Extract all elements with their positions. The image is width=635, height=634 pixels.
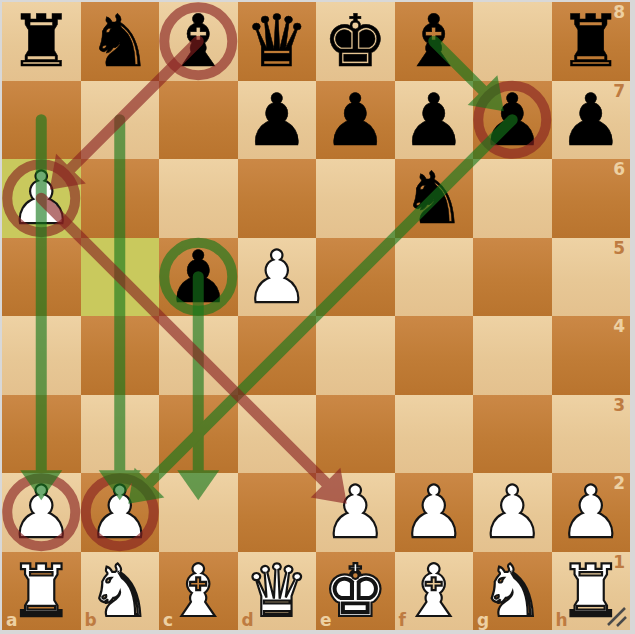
square-d2[interactable] [238,473,317,552]
square-h2[interactable]: ♟2 [552,473,631,552]
square-a1[interactable]: ♜a [2,552,81,631]
piece-black-queen-d8[interactable]: ♛ [238,2,317,81]
square-c8[interactable]: ♝ [159,2,238,81]
square-g4[interactable] [473,316,552,395]
square-b2[interactable]: ♟ [81,473,160,552]
piece-black-rook-a8[interactable]: ♜ [2,2,81,81]
square-g6[interactable] [473,159,552,238]
square-e3[interactable] [316,395,395,474]
square-e2[interactable]: ♟ [316,473,395,552]
square-g3[interactable] [473,395,552,474]
coord-file-a: a [6,612,17,629]
square-d7[interactable]: ♟ [238,81,317,160]
square-h7[interactable]: ♟7 [552,81,631,160]
piece-black-bishop-c8[interactable]: ♝ [159,2,238,81]
square-b6[interactable] [81,159,160,238]
square-c2[interactable] [159,473,238,552]
square-a4[interactable] [2,316,81,395]
square-b1[interactable]: ♞b [81,552,160,631]
square-d1[interactable]: ♛d [238,552,317,631]
piece-black-king-e8[interactable]: ♚ [316,2,395,81]
square-h8[interactable]: ♜8 [552,2,631,81]
chess-board[interactable]: ♜♞♝♛♚♝♜8♟♟♟♟♟7♟♞6♟♟543♟♟♟♟♟♟2♜a♞b♝c♛d♚e♝… [2,2,630,630]
square-g8[interactable] [473,2,552,81]
chess-analysis-page: ♜♞♝♛♚♝♜8♟♟♟♟♟7♟♞6♟♟543♟♟♟♟♟♟2♜a♞b♝c♛d♚e♝… [0,0,635,634]
square-d8[interactable]: ♛ [238,2,317,81]
square-g1[interactable]: ♞g [473,552,552,631]
square-h1[interactable]: ♜1h [552,552,631,631]
coord-file-b: b [85,612,97,629]
piece-white-pawn-a2[interactable]: ♟ [2,473,81,552]
coord-rank-1: 1 [613,554,625,571]
piece-white-pawn-d5[interactable]: ♟ [238,238,317,317]
square-f8[interactable]: ♝ [395,2,474,81]
coord-file-f: f [399,612,406,629]
piece-black-pawn-g7[interactable]: ♟ [473,81,552,160]
square-f5[interactable] [395,238,474,317]
square-d3[interactable] [238,395,317,474]
coord-file-c: c [163,612,173,629]
coord-file-h: h [556,612,568,629]
piece-white-pawn-e2[interactable]: ♟ [316,473,395,552]
square-b7[interactable] [81,81,160,160]
coord-file-d: d [242,612,254,629]
square-b3[interactable] [81,395,160,474]
square-a2[interactable]: ♟ [2,473,81,552]
square-a7[interactable] [2,81,81,160]
square-d6[interactable] [238,159,317,238]
square-e8[interactable]: ♚ [316,2,395,81]
piece-black-pawn-e7[interactable]: ♟ [316,81,395,160]
coord-rank-7: 7 [613,83,625,100]
piece-black-knight-f6[interactable]: ♞ [395,159,474,238]
coord-rank-6: 6 [613,161,625,178]
coord-rank-2: 2 [613,475,625,492]
square-c5[interactable]: ♟ [159,238,238,317]
square-e7[interactable]: ♟ [316,81,395,160]
square-g2[interactable]: ♟ [473,473,552,552]
square-g7[interactable]: ♟ [473,81,552,160]
coord-file-e: e [320,612,332,629]
square-g5[interactable] [473,238,552,317]
square-c6[interactable] [159,159,238,238]
square-f4[interactable] [395,316,474,395]
piece-black-knight-b8[interactable]: ♞ [81,2,160,81]
coord-rank-3: 3 [613,397,625,414]
coord-file-g: g [477,612,489,629]
piece-black-pawn-c5[interactable]: ♟ [159,238,238,317]
square-h4[interactable]: 4 [552,316,631,395]
square-h5[interactable]: 5 [552,238,631,317]
square-e6[interactable] [316,159,395,238]
square-b8[interactable]: ♞ [81,2,160,81]
coord-rank-5: 5 [613,240,625,257]
square-a6[interactable]: ♟ [2,159,81,238]
square-e4[interactable] [316,316,395,395]
piece-white-bishop-f1[interactable]: ♝ [395,552,474,631]
piece-white-pawn-b2[interactable]: ♟ [81,473,160,552]
piece-white-pawn-a6[interactable]: ♟ [2,159,81,238]
square-f6[interactable]: ♞ [395,159,474,238]
square-e5[interactable] [316,238,395,317]
piece-white-pawn-g2[interactable]: ♟ [473,473,552,552]
coord-rank-4: 4 [613,318,625,335]
square-e1[interactable]: ♚e [316,552,395,631]
square-f7[interactable]: ♟ [395,81,474,160]
square-h6[interactable]: 6 [552,159,631,238]
piece-black-pawn-d7[interactable]: ♟ [238,81,317,160]
square-f1[interactable]: ♝f [395,552,474,631]
square-c3[interactable] [159,395,238,474]
square-a8[interactable]: ♜ [2,2,81,81]
square-c4[interactable] [159,316,238,395]
square-d5[interactable]: ♟ [238,238,317,317]
square-h3[interactable]: 3 [552,395,631,474]
square-f2[interactable]: ♟ [395,473,474,552]
square-d4[interactable] [238,316,317,395]
piece-black-bishop-f8[interactable]: ♝ [395,2,474,81]
square-b4[interactable] [81,316,160,395]
square-c7[interactable] [159,81,238,160]
square-c1[interactable]: ♝c [159,552,238,631]
square-a5[interactable] [2,238,81,317]
square-b5[interactable] [81,238,160,317]
square-f3[interactable] [395,395,474,474]
coord-rank-8: 8 [613,4,625,21]
square-a3[interactable] [2,395,81,474]
piece-white-pawn-f2[interactable]: ♟ [395,473,474,552]
piece-black-pawn-f7[interactable]: ♟ [395,81,474,160]
